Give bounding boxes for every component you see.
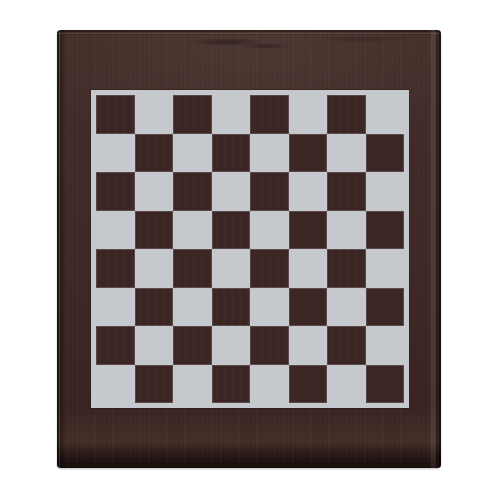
square-r6c4[interactable]	[212, 288, 251, 327]
square-r5c8[interactable]	[366, 249, 405, 288]
square-r7c1[interactable]	[96, 326, 135, 365]
square-r8c5[interactable]	[250, 365, 289, 404]
square-r6c6[interactable]	[289, 288, 328, 327]
square-r6c7[interactable]	[327, 288, 366, 327]
square-r7c8[interactable]	[366, 326, 405, 365]
square-r8c8[interactable]	[366, 365, 405, 404]
square-r5c4[interactable]	[212, 249, 251, 288]
square-r2c5[interactable]	[250, 134, 289, 173]
square-r2c2[interactable]	[135, 134, 174, 173]
square-r3c4[interactable]	[212, 172, 251, 211]
square-r4c6[interactable]	[289, 211, 328, 250]
square-r1c5[interactable]	[250, 95, 289, 134]
square-r3c1[interactable]	[96, 172, 135, 211]
square-r6c5[interactable]	[250, 288, 289, 327]
square-r3c7[interactable]	[327, 172, 366, 211]
checkerboard-grid	[91, 90, 409, 408]
square-r1c6[interactable]	[289, 95, 328, 134]
square-r8c7[interactable]	[327, 365, 366, 404]
square-r6c2[interactable]	[135, 288, 174, 327]
square-r4c7[interactable]	[327, 211, 366, 250]
square-r7c7[interactable]	[327, 326, 366, 365]
square-r7c4[interactable]	[212, 326, 251, 365]
square-r3c8[interactable]	[366, 172, 405, 211]
square-r1c4[interactable]	[212, 95, 251, 134]
product-photo	[0, 0, 500, 500]
square-r4c3[interactable]	[173, 211, 212, 250]
square-r8c1[interactable]	[96, 365, 135, 404]
square-r6c8[interactable]	[366, 288, 405, 327]
square-r6c3[interactable]	[173, 288, 212, 327]
square-r5c5[interactable]	[250, 249, 289, 288]
square-r4c2[interactable]	[135, 211, 174, 250]
square-r8c3[interactable]	[173, 365, 212, 404]
square-r5c7[interactable]	[327, 249, 366, 288]
square-r1c3[interactable]	[173, 95, 212, 134]
square-r4c4[interactable]	[212, 211, 251, 250]
square-r5c2[interactable]	[135, 249, 174, 288]
square-r1c2[interactable]	[135, 95, 174, 134]
square-r3c3[interactable]	[173, 172, 212, 211]
square-r8c2[interactable]	[135, 365, 174, 404]
square-r8c4[interactable]	[212, 365, 251, 404]
square-r4c5[interactable]	[250, 211, 289, 250]
square-r2c1[interactable]	[96, 134, 135, 173]
square-r3c5[interactable]	[250, 172, 289, 211]
square-r2c8[interactable]	[366, 134, 405, 173]
square-r1c7[interactable]	[327, 95, 366, 134]
square-r5c1[interactable]	[96, 249, 135, 288]
square-r4c1[interactable]	[96, 211, 135, 250]
square-r5c6[interactable]	[289, 249, 328, 288]
square-r2c3[interactable]	[173, 134, 212, 173]
square-r7c6[interactable]	[289, 326, 328, 365]
chess-board-plaque	[57, 30, 441, 468]
square-r3c2[interactable]	[135, 172, 174, 211]
square-r7c2[interactable]	[135, 326, 174, 365]
square-r6c1[interactable]	[96, 288, 135, 327]
square-r1c8[interactable]	[366, 95, 405, 134]
square-r1c1[interactable]	[96, 95, 135, 134]
square-r2c4[interactable]	[212, 134, 251, 173]
square-r4c8[interactable]	[366, 211, 405, 250]
square-r3c6[interactable]	[289, 172, 328, 211]
square-r2c7[interactable]	[327, 134, 366, 173]
square-r7c3[interactable]	[173, 326, 212, 365]
square-r2c6[interactable]	[289, 134, 328, 173]
square-r8c6[interactable]	[289, 365, 328, 404]
square-r5c3[interactable]	[173, 249, 212, 288]
square-r7c5[interactable]	[250, 326, 289, 365]
